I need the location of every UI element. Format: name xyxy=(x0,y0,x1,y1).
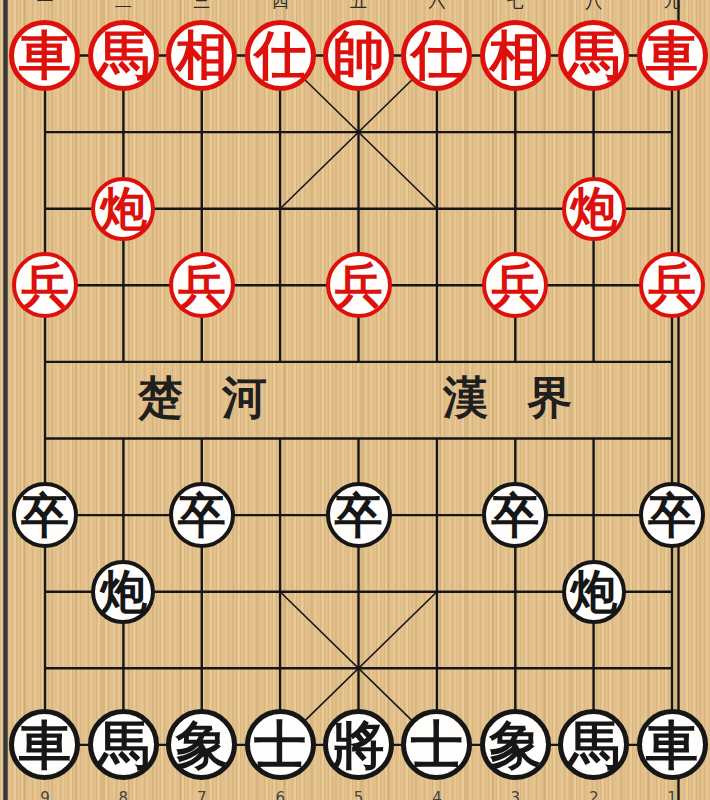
intersection-f9-r3[interactable] xyxy=(633,170,710,247)
piece-glyph: 車 xyxy=(646,30,698,82)
piece-glyph: 馬 xyxy=(97,720,149,772)
intersection-f8-r1[interactable]: 馬 xyxy=(555,17,633,94)
intersection-f3-r6[interactable] xyxy=(163,400,241,477)
piece-black-chariot[interactable]: 車 xyxy=(637,709,708,780)
intersection-f8-r4[interactable] xyxy=(555,247,633,324)
intersection-f7-r2[interactable] xyxy=(476,94,554,171)
piece-glyph: 炮 xyxy=(100,569,147,616)
intersection-f6-r6[interactable] xyxy=(398,400,476,477)
piece-black-cannon[interactable]: 炮 xyxy=(562,560,626,624)
intersection-f8-r5[interactable] xyxy=(555,324,633,401)
piece-red-soldier[interactable]: 兵 xyxy=(639,252,705,318)
intersection-f5-r2[interactable] xyxy=(319,94,397,171)
piece-glyph: 兵 xyxy=(491,262,539,310)
piece-glyph: 將 xyxy=(333,720,385,772)
piece-red-advisor[interactable]: 仕 xyxy=(401,20,472,91)
intersection-f2-r1[interactable]: 馬 xyxy=(84,17,162,94)
intersection-f6-r4[interactable] xyxy=(398,247,476,324)
file-label-top: 六 xyxy=(398,0,476,10)
piece-glyph: 卒 xyxy=(491,492,539,540)
intersection-f7-r8[interactable] xyxy=(476,553,554,630)
intersection-f3-r2[interactable] xyxy=(163,94,241,171)
intersection-f4-r10[interactable]: 士 xyxy=(241,707,319,784)
intersection-f7-r1[interactable]: 相 xyxy=(476,17,554,94)
file-label-top: 九 xyxy=(633,0,710,10)
intersection-f1-r2[interactable] xyxy=(6,94,84,171)
piece-red-elephant[interactable]: 相 xyxy=(166,20,237,91)
piece-glyph: 卒 xyxy=(648,492,696,540)
intersection-f5-r7[interactable]: 卒 xyxy=(319,477,397,554)
intersection-f8-r3[interactable]: 炮 xyxy=(555,170,633,247)
intersection-f7-r4[interactable]: 兵 xyxy=(476,247,554,324)
piece-red-elephant[interactable]: 相 xyxy=(480,20,551,91)
intersection-f9-r2[interactable] xyxy=(633,94,710,171)
intersection-f8-r7[interactable] xyxy=(555,477,633,554)
piece-glyph: 馬 xyxy=(568,720,620,772)
piece-black-soldier[interactable]: 卒 xyxy=(482,482,548,548)
piece-red-cannon[interactable]: 炮 xyxy=(562,177,626,241)
intersection-f5-r10[interactable]: 將 xyxy=(319,707,397,784)
intersection-f1-r7[interactable]: 卒 xyxy=(6,477,84,554)
intersection-f6-r5[interactable] xyxy=(398,324,476,401)
piece-red-cannon[interactable]: 炮 xyxy=(91,177,155,241)
intersection-f4-r8[interactable] xyxy=(241,553,319,630)
piece-black-advisor[interactable]: 士 xyxy=(245,709,316,780)
piece-glyph: 車 xyxy=(19,30,71,82)
piece-glyph: 士 xyxy=(254,720,306,772)
piece-black-soldier[interactable]: 卒 xyxy=(639,482,705,548)
piece-red-chariot[interactable]: 車 xyxy=(9,20,80,91)
piece-red-horse[interactable]: 馬 xyxy=(88,20,159,91)
piece-glyph: 兵 xyxy=(335,262,383,310)
intersection-f2-r2[interactable] xyxy=(84,94,162,171)
piece-red-soldier[interactable]: 兵 xyxy=(326,252,392,318)
piece-black-soldier[interactable]: 卒 xyxy=(326,482,392,548)
intersection-f4-r4[interactable] xyxy=(241,247,319,324)
piece-black-elephant[interactable]: 象 xyxy=(166,709,237,780)
intersection-f1-r6[interactable] xyxy=(6,400,84,477)
piece-black-general[interactable]: 將 xyxy=(323,709,394,780)
file-label-bottom: 9 xyxy=(6,791,84,800)
intersection-f7-r9[interactable] xyxy=(476,630,554,707)
piece-glyph: 象 xyxy=(489,720,541,772)
intersection-f6-r10[interactable]: 士 xyxy=(398,707,476,784)
intersection-f5-r4[interactable]: 兵 xyxy=(319,247,397,324)
intersection-f1-r8[interactable] xyxy=(6,553,84,630)
intersection-f9-r6[interactable] xyxy=(633,400,710,477)
intersection-f4-r2[interactable] xyxy=(241,94,319,171)
piece-glyph: 相 xyxy=(176,30,228,82)
piece-black-cannon[interactable]: 炮 xyxy=(91,560,155,624)
intersection-f1-r10[interactable]: 車 xyxy=(6,707,84,784)
intersection-f4-r6[interactable] xyxy=(241,400,319,477)
intersection-f2-r8[interactable]: 炮 xyxy=(84,553,162,630)
piece-black-chariot[interactable]: 車 xyxy=(9,709,80,780)
intersection-f9-r7[interactable]: 卒 xyxy=(633,477,710,554)
intersection-f3-r5[interactable] xyxy=(163,324,241,401)
intersection-f3-r4[interactable]: 兵 xyxy=(163,247,241,324)
file-label-top: 二 xyxy=(84,0,162,10)
piece-glyph: 仕 xyxy=(411,30,463,82)
intersection-f9-r8[interactable] xyxy=(633,553,710,630)
file-label-bottom: 6 xyxy=(241,791,319,800)
piece-black-soldier[interactable]: 卒 xyxy=(12,482,78,548)
piece-glyph: 士 xyxy=(411,720,463,772)
piece-glyph: 車 xyxy=(19,720,71,772)
intersection-f7-r6[interactable] xyxy=(476,400,554,477)
piece-glyph: 卒 xyxy=(21,492,69,540)
piece-glyph: 兵 xyxy=(21,262,69,310)
piece-black-horse[interactable]: 馬 xyxy=(558,709,629,780)
intersection-f3-r10[interactable]: 象 xyxy=(163,707,241,784)
intersection-f6-r8[interactable] xyxy=(398,553,476,630)
intersection-f3-r7[interactable]: 卒 xyxy=(163,477,241,554)
file-label-top: 四 xyxy=(241,0,319,10)
piece-glyph: 車 xyxy=(646,720,698,772)
intersection-f4-r1[interactable]: 仕 xyxy=(241,17,319,94)
intersection-f8-r2[interactable] xyxy=(555,94,633,171)
file-label-top: 一 xyxy=(6,0,84,10)
intersection-f5-r9[interactable] xyxy=(319,630,397,707)
piece-red-soldier[interactable]: 兵 xyxy=(482,252,548,318)
intersection-f9-r9[interactable] xyxy=(633,630,710,707)
intersection-f3-r9[interactable] xyxy=(163,630,241,707)
piece-red-soldier[interactable]: 兵 xyxy=(169,252,235,318)
intersection-f8-r9[interactable] xyxy=(555,630,633,707)
intersection-f2-r7[interactable] xyxy=(84,477,162,554)
intersection-f8-r10[interactable]: 馬 xyxy=(555,707,633,784)
piece-glyph: 兵 xyxy=(648,262,696,310)
file-label-bottom: 3 xyxy=(476,791,554,800)
file-label-top: 五 xyxy=(319,0,397,10)
intersection-f8-r6[interactable] xyxy=(555,400,633,477)
intersection-f6-r3[interactable] xyxy=(398,170,476,247)
intersection-f6-r9[interactable] xyxy=(398,630,476,707)
intersection-f5-r8[interactable] xyxy=(319,553,397,630)
file-label-bottom: 4 xyxy=(398,791,476,800)
piece-glyph: 帥 xyxy=(333,30,385,82)
file-label-bottom: 7 xyxy=(163,791,241,800)
piece-glyph: 馬 xyxy=(97,30,149,82)
piece-black-soldier[interactable]: 卒 xyxy=(169,482,235,548)
intersection-f9-r5[interactable] xyxy=(633,324,710,401)
file-label-top: 八 xyxy=(555,0,633,10)
intersection-f3-r1[interactable]: 相 xyxy=(163,17,241,94)
intersection-f3-r3[interactable] xyxy=(163,170,241,247)
file-label-bottom: 5 xyxy=(319,791,397,800)
intersection-f5-r3[interactable] xyxy=(319,170,397,247)
piece-red-chariot[interactable]: 車 xyxy=(637,20,708,91)
piece-glyph: 兵 xyxy=(178,262,226,310)
piece-glyph: 仕 xyxy=(254,30,306,82)
top-file-labels: 一二三四五六七八九 xyxy=(6,0,710,10)
intersection-f1-r3[interactable] xyxy=(6,170,84,247)
piece-red-advisor[interactable]: 仕 xyxy=(245,20,316,91)
intersection-f4-r3[interactable] xyxy=(241,170,319,247)
intersection-f7-r7[interactable]: 卒 xyxy=(476,477,554,554)
file-label-top: 七 xyxy=(476,0,554,10)
intersection-f8-r8[interactable]: 炮 xyxy=(555,553,633,630)
file-label-top: 三 xyxy=(163,0,241,10)
file-label-bottom: 2 xyxy=(555,791,633,800)
piece-glyph: 卒 xyxy=(178,492,226,540)
intersection-f2-r5[interactable] xyxy=(84,324,162,401)
intersection-f2-r9[interactable] xyxy=(84,630,162,707)
piece-glyph: 象 xyxy=(176,720,228,772)
intersection-f9-r10[interactable]: 車 xyxy=(633,707,710,784)
intersection-f1-r5[interactable] xyxy=(6,324,84,401)
intersection-f1-r4[interactable]: 兵 xyxy=(6,247,84,324)
piece-black-advisor[interactable]: 士 xyxy=(401,709,472,780)
piece-red-general[interactable]: 帥 xyxy=(323,20,394,91)
piece-glyph: 炮 xyxy=(570,186,617,233)
piece-black-elephant[interactable]: 象 xyxy=(480,709,551,780)
intersection-f9-r4[interactable]: 兵 xyxy=(633,247,710,324)
piece-glyph: 卒 xyxy=(335,492,383,540)
intersection-f6-r7[interactable] xyxy=(398,477,476,554)
intersection-f5-r5[interactable] xyxy=(319,324,397,401)
intersection-f2-r10[interactable]: 馬 xyxy=(84,707,162,784)
piece-glyph: 相 xyxy=(489,30,541,82)
intersection-f4-r7[interactable] xyxy=(241,477,319,554)
piece-red-soldier[interactable]: 兵 xyxy=(12,252,78,318)
piece-glyph: 炮 xyxy=(100,186,147,233)
file-label-bottom: 1 xyxy=(633,791,710,800)
intersection-f9-r1[interactable]: 車 xyxy=(633,17,710,94)
bottom-file-labels: 987654321 xyxy=(6,791,710,800)
intersection-f7-r3[interactable] xyxy=(476,170,554,247)
xiangqi-board: 一二三四五六七八九 987654321 楚 河 漢 界 車馬相仕帥仕相馬車炮炮兵… xyxy=(0,0,710,800)
intersection-f4-r9[interactable] xyxy=(241,630,319,707)
piece-glyph: 馬 xyxy=(568,30,620,82)
intersection-f1-r9[interactable] xyxy=(6,630,84,707)
intersection-f7-r5[interactable] xyxy=(476,324,554,401)
intersection-f5-r6[interactable] xyxy=(319,400,397,477)
file-label-bottom: 8 xyxy=(84,791,162,800)
piece-glyph: 炮 xyxy=(570,569,617,616)
intersection-f2-r6[interactable] xyxy=(84,400,162,477)
intersection-f7-r10[interactable]: 象 xyxy=(476,707,554,784)
intersection-f5-r1[interactable]: 帥 xyxy=(319,17,397,94)
piece-red-horse[interactable]: 馬 xyxy=(558,20,629,91)
intersection-f2-r4[interactable] xyxy=(84,247,162,324)
intersection-f6-r2[interactable] xyxy=(398,94,476,171)
intersection-f2-r3[interactable]: 炮 xyxy=(84,170,162,247)
intersection-f3-r8[interactable] xyxy=(163,553,241,630)
piece-black-horse[interactable]: 馬 xyxy=(88,709,159,780)
intersection-f6-r1[interactable]: 仕 xyxy=(398,17,476,94)
intersection-f1-r1[interactable]: 車 xyxy=(6,17,84,94)
intersection-f4-r5[interactable] xyxy=(241,324,319,401)
intersection-grid: 車馬相仕帥仕相馬車炮炮兵兵兵兵兵卒卒卒卒卒炮炮車馬象士將士象馬車 xyxy=(6,17,710,783)
